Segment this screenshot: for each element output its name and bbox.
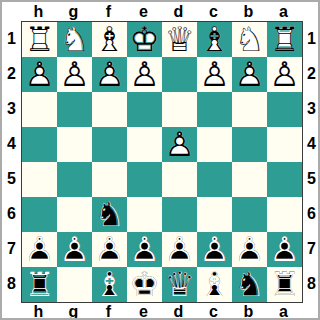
rank-label-right-4: 4	[302, 126, 320, 161]
white-rook-outline: ♖	[267, 22, 302, 57]
square-a5[interactable]	[267, 162, 302, 197]
black-pawn-outline: ♙	[92, 232, 127, 267]
black-bishop-outline: ♗	[92, 267, 127, 302]
file-label-bottom-b: b	[231, 302, 266, 320]
black-pawn-piece: ♟	[162, 232, 197, 267]
rank-label-left-5: 5	[2, 161, 21, 196]
chess-board: ♜♖♞♘♝♗♚♔♛♕♝♗♞♘♜♖♟♙♟♙♟♙♟♙♟♙♟♙♟♙♟♙♞♘♟♙♟♙♟♙…	[21, 21, 303, 303]
file-label-bottom-f: f	[91, 302, 126, 320]
black-pawn-outline: ♙	[232, 232, 267, 267]
file-label-top-b: b	[231, 2, 266, 21]
file-label-bottom-h: h	[21, 302, 56, 320]
white-pawn-outline: ♙	[92, 57, 127, 92]
square-h6[interactable]	[22, 197, 57, 232]
white-pawn-piece: ♟	[162, 127, 197, 162]
black-bishop-outline: ♗	[197, 267, 232, 302]
white-queen-outline: ♕	[162, 22, 197, 57]
rank-label-right-7: 7	[302, 231, 320, 266]
square-c2[interactable]: ♟♙	[197, 57, 232, 92]
white-knight-outline: ♘	[57, 22, 92, 57]
black-rook-outline: ♖	[22, 267, 57, 302]
file-label-top-e: e	[126, 2, 161, 21]
square-b7[interactable]: ♟♙	[232, 232, 267, 267]
white-king-piece: ♚	[127, 22, 162, 57]
rank-label-left-1: 1	[2, 21, 21, 56]
square-g7[interactable]: ♟♙	[57, 232, 92, 267]
square-a8[interactable]: ♜♖	[267, 267, 302, 302]
square-f7[interactable]: ♟♙	[92, 232, 127, 267]
square-a1[interactable]: ♜♖	[267, 22, 302, 57]
square-g3[interactable]	[57, 92, 92, 127]
square-b5[interactable]	[232, 162, 267, 197]
file-label-top-f: f	[91, 2, 126, 21]
square-b3[interactable]	[232, 92, 267, 127]
white-king-outline: ♔	[127, 22, 162, 57]
white-pawn-outline: ♙	[127, 57, 162, 92]
black-pawn-piece: ♟	[232, 232, 267, 267]
white-rook-piece: ♜	[267, 22, 302, 57]
square-e2[interactable]: ♟♙	[127, 57, 162, 92]
square-a2[interactable]: ♟♙	[267, 57, 302, 92]
square-b1[interactable]: ♞♘	[232, 22, 267, 57]
black-pawn-outline: ♙	[197, 232, 232, 267]
black-pawn-piece: ♟	[92, 232, 127, 267]
square-g5[interactable]	[57, 162, 92, 197]
black-pawn-piece: ♟	[22, 232, 57, 267]
white-knight-piece: ♞	[232, 22, 267, 57]
square-f2[interactable]: ♟♙	[92, 57, 127, 92]
square-f8[interactable]: ♝♗	[92, 267, 127, 302]
square-b4[interactable]	[232, 127, 267, 162]
white-bishop-outline: ♗	[197, 22, 232, 57]
black-knight-outline: ♘	[232, 267, 267, 302]
square-g6[interactable]	[57, 197, 92, 232]
black-knight-outline: ♘	[92, 197, 127, 232]
square-c8[interactable]: ♝♗	[197, 267, 232, 302]
square-c4[interactable]	[197, 127, 232, 162]
white-pawn-outline: ♙	[22, 57, 57, 92]
square-e8[interactable]: ♚♔	[127, 267, 162, 302]
square-e5[interactable]	[127, 162, 162, 197]
square-b2[interactable]: ♟♙	[232, 57, 267, 92]
square-c6[interactable]	[197, 197, 232, 232]
file-label-top-a: a	[266, 2, 301, 21]
rank-label-right-2: 2	[302, 56, 320, 91]
square-h5[interactable]	[22, 162, 57, 197]
rank-label-right-5: 5	[302, 161, 320, 196]
square-h4[interactable]	[22, 127, 57, 162]
square-a4[interactable]	[267, 127, 302, 162]
white-pawn-piece: ♟	[232, 57, 267, 92]
white-pawn-piece: ♟	[127, 57, 162, 92]
square-b6[interactable]	[232, 197, 267, 232]
black-bishop-piece: ♝	[92, 267, 127, 302]
rank-label-right-6: 6	[302, 196, 320, 231]
square-c1[interactable]: ♝♗	[197, 22, 232, 57]
square-h7[interactable]: ♟♙	[22, 232, 57, 267]
square-h2[interactable]: ♟♙	[22, 57, 57, 92]
black-queen-piece: ♛	[162, 267, 197, 302]
square-f6[interactable]: ♞♘	[92, 197, 127, 232]
rank-label-left-6: 6	[2, 196, 21, 231]
square-b8[interactable]: ♞♘	[232, 267, 267, 302]
file-label-bottom-e: e	[126, 302, 161, 320]
white-pawn-outline: ♙	[162, 127, 197, 162]
white-pawn-piece: ♟	[22, 57, 57, 92]
file-label-top-c: c	[196, 2, 231, 21]
black-knight-piece: ♞	[232, 267, 267, 302]
rank-label-left-3: 3	[2, 91, 21, 126]
white-rook-piece: ♜	[22, 22, 57, 57]
white-pawn-piece: ♟	[92, 57, 127, 92]
black-pawn-outline: ♙	[22, 232, 57, 267]
square-d8[interactable]: ♛♕	[162, 267, 197, 302]
square-e1[interactable]: ♚♔	[127, 22, 162, 57]
white-knight-outline: ♘	[232, 22, 267, 57]
white-pawn-piece: ♟	[197, 57, 232, 92]
black-king-piece: ♚	[127, 267, 162, 302]
square-c5[interactable]	[197, 162, 232, 197]
square-a6[interactable]	[267, 197, 302, 232]
white-pawn-outline: ♙	[232, 57, 267, 92]
square-d2[interactable]	[162, 57, 197, 92]
black-pawn-outline: ♙	[267, 232, 302, 267]
square-d1[interactable]: ♛♕	[162, 22, 197, 57]
square-d4[interactable]: ♟♙	[162, 127, 197, 162]
rank-label-right-1: 1	[302, 21, 320, 56]
square-g4[interactable]	[57, 127, 92, 162]
white-queen-piece: ♛	[162, 22, 197, 57]
black-pawn-outline: ♙	[127, 232, 162, 267]
white-bishop-piece: ♝	[92, 22, 127, 57]
square-e3[interactable]	[127, 92, 162, 127]
square-f4[interactable]	[92, 127, 127, 162]
file-label-bottom-d: d	[161, 302, 196, 320]
square-h1[interactable]: ♜♖	[22, 22, 57, 57]
square-a7[interactable]: ♟♙	[267, 232, 302, 267]
black-rook-piece: ♜	[22, 267, 57, 302]
black-pawn-piece: ♟	[127, 232, 162, 267]
file-label-top-d: d	[161, 2, 196, 21]
white-pawn-piece: ♟	[57, 57, 92, 92]
white-rook-outline: ♖	[22, 22, 57, 57]
black-pawn-outline: ♙	[57, 232, 92, 267]
square-f5[interactable]	[92, 162, 127, 197]
rank-label-right-3: 3	[302, 91, 320, 126]
file-label-top-g: g	[56, 2, 91, 21]
square-c3[interactable]	[197, 92, 232, 127]
chess-app-window: ♜♖♞♘♝♗♚♔♛♕♝♗♞♘♜♖♟♙♟♙♟♙♟♙♟♙♟♙♟♙♟♙♞♘♟♙♟♙♟♙…	[0, 0, 320, 320]
file-label-bottom-c: c	[196, 302, 231, 320]
black-pawn-piece: ♟	[197, 232, 232, 267]
black-knight-piece: ♞	[92, 197, 127, 232]
black-king-outline: ♔	[127, 267, 162, 302]
black-pawn-piece: ♟	[267, 232, 302, 267]
square-d6[interactable]	[162, 197, 197, 232]
white-pawn-outline: ♙	[57, 57, 92, 92]
square-a3[interactable]	[267, 92, 302, 127]
black-pawn-outline: ♙	[162, 232, 197, 267]
white-pawn-outline: ♙	[197, 57, 232, 92]
rank-label-right-8: 8	[302, 266, 320, 301]
rank-label-left-4: 4	[2, 126, 21, 161]
white-pawn-piece: ♟	[267, 57, 302, 92]
square-g1[interactable]: ♞♘	[57, 22, 92, 57]
square-d3[interactable]	[162, 92, 197, 127]
square-g8[interactable]	[57, 267, 92, 302]
square-e6[interactable]	[127, 197, 162, 232]
square-f3[interactable]	[92, 92, 127, 127]
file-label-top-h: h	[21, 2, 56, 21]
black-rook-outline: ♖	[267, 267, 302, 302]
black-queen-outline: ♕	[162, 267, 197, 302]
rank-label-left-7: 7	[2, 231, 21, 266]
square-g2[interactable]: ♟♙	[57, 57, 92, 92]
black-pawn-piece: ♟	[57, 232, 92, 267]
square-e4[interactable]	[127, 127, 162, 162]
square-h8[interactable]: ♜♖	[22, 267, 57, 302]
file-label-bottom-g: g	[56, 302, 91, 320]
square-e7[interactable]: ♟♙	[127, 232, 162, 267]
black-bishop-piece: ♝	[197, 267, 232, 302]
square-d7[interactable]: ♟♙	[162, 232, 197, 267]
square-h3[interactable]	[22, 92, 57, 127]
file-label-bottom-a: a	[266, 302, 301, 320]
rank-label-left-8: 8	[2, 266, 21, 301]
white-bishop-outline: ♗	[92, 22, 127, 57]
square-f1[interactable]: ♝♗	[92, 22, 127, 57]
white-knight-piece: ♞	[57, 22, 92, 57]
square-d5[interactable]	[162, 162, 197, 197]
white-bishop-piece: ♝	[197, 22, 232, 57]
white-pawn-outline: ♙	[267, 57, 302, 92]
black-rook-piece: ♜	[267, 267, 302, 302]
rank-label-left-2: 2	[2, 56, 21, 91]
square-c7[interactable]: ♟♙	[197, 232, 232, 267]
